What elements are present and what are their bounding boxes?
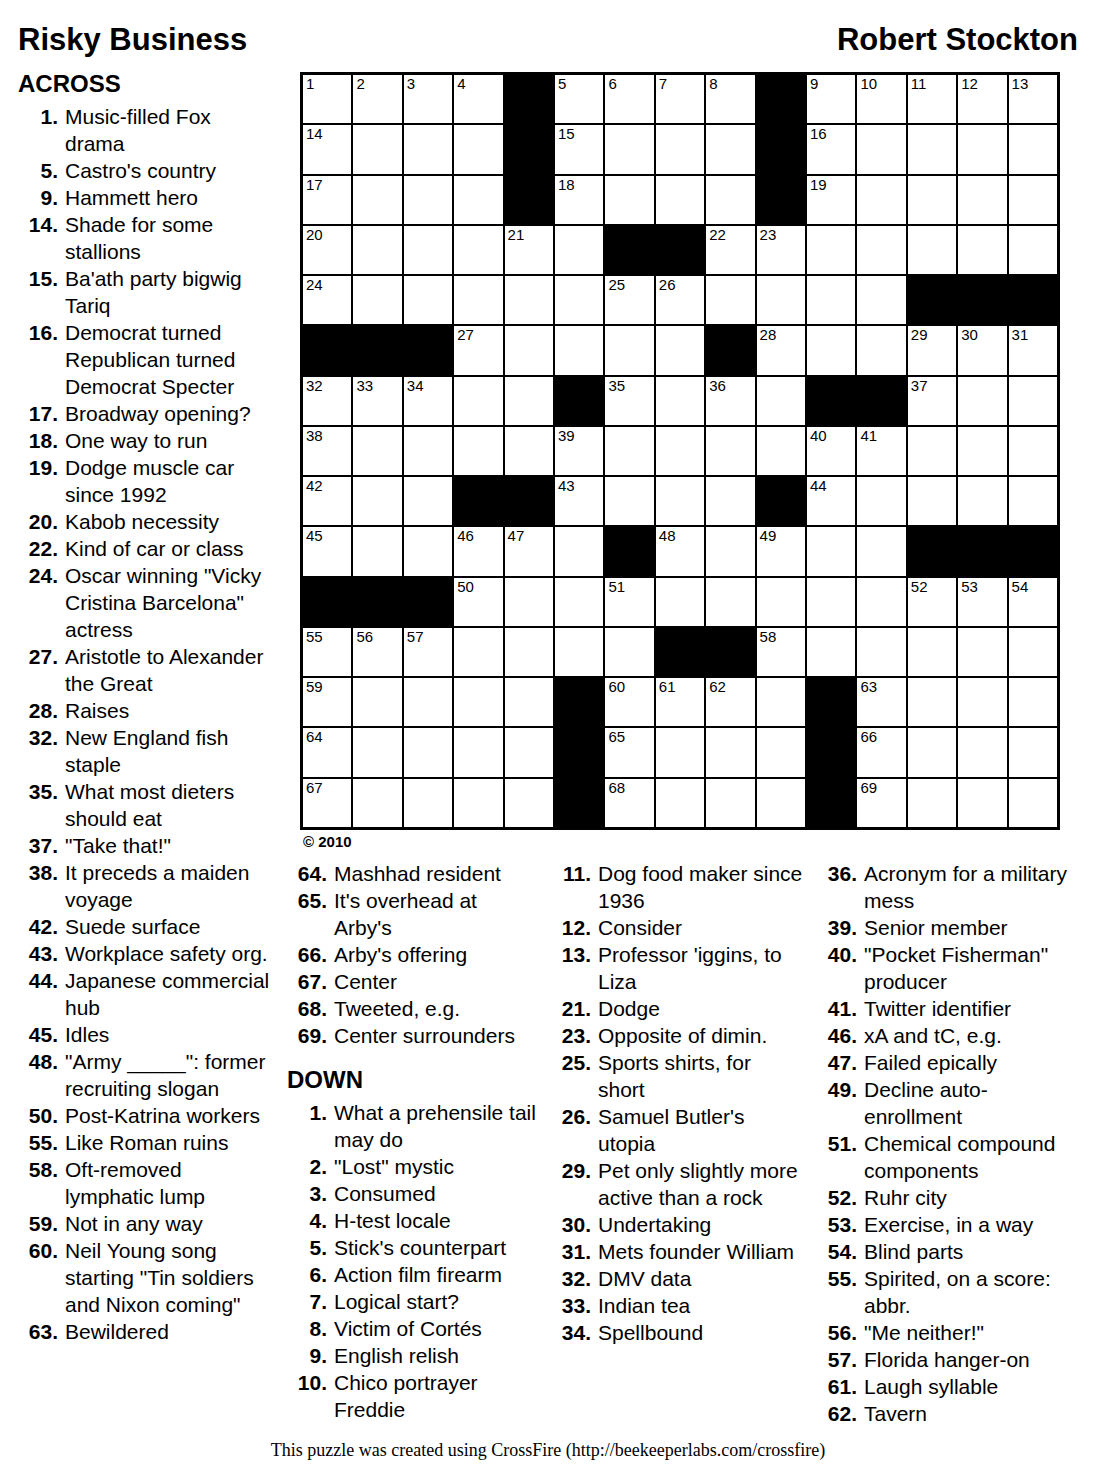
grid-cell-r1c7[interactable]: 6 [605, 75, 653, 123]
clue-text: It preceds a maiden voyage [65, 859, 272, 913]
grid-cell-r7c14[interactable] [958, 377, 1006, 425]
grid-cell-r1c13[interactable]: 11 [908, 75, 956, 123]
clue-number: 12. [551, 914, 598, 941]
clue-text: Oft-removed lymphatic lump [65, 1156, 272, 1210]
block-cell-r6c3 [404, 326, 452, 374]
cell-number: 53 [961, 579, 978, 595]
grid-cell-r9c1[interactable]: 42 [303, 477, 351, 525]
grid-cell-r5c8[interactable]: 26 [656, 276, 704, 324]
grid-cell-r11c14[interactable]: 53 [958, 578, 1006, 626]
grid-cell-r5c2[interactable] [353, 276, 401, 324]
grid-cell-r4c15[interactable] [1009, 226, 1057, 274]
grid-cell-r9c11[interactable]: 44 [807, 477, 855, 525]
clue-number: 43. [18, 940, 65, 967]
grid-cell-r4c9[interactable]: 22 [706, 226, 754, 274]
grid-cell-r8c3[interactable] [404, 427, 452, 475]
grid-cell-r13c9[interactable]: 62 [706, 678, 754, 726]
grid-cell-r2c1[interactable]: 14 [303, 125, 351, 173]
clue-number: 40. [817, 941, 864, 995]
clue-text: Shade for some stallions [65, 211, 272, 265]
grid-cell-r14c9[interactable] [706, 728, 754, 776]
grid-cell-r3c9[interactable] [706, 176, 754, 224]
clue-number: 6. [287, 1261, 334, 1288]
grid-cell-r13c10[interactable] [757, 678, 805, 726]
cell-number: 67 [306, 780, 323, 796]
grid-cell-r2c4[interactable] [454, 125, 502, 173]
grid-cell-r3c2[interactable] [353, 176, 401, 224]
grid-cell-r6c11[interactable] [807, 326, 855, 374]
grid-cell-r11c8[interactable] [656, 578, 704, 626]
cell-number: 60 [608, 679, 625, 695]
clue-number: 19. [18, 454, 65, 508]
grid-cell-r14c2[interactable] [353, 728, 401, 776]
block-cell-r13c11 [807, 678, 855, 726]
clue-number: 9. [18, 184, 65, 211]
grid-cell-r12c2[interactable]: 56 [353, 628, 401, 676]
cell-number: 59 [306, 679, 323, 695]
grid-cell-r10c10[interactable]: 49 [757, 527, 805, 575]
clue-down-12: 12.Consider [551, 914, 803, 941]
clue-number: 41. [817, 995, 864, 1022]
grid-cell-r3c4[interactable] [454, 176, 502, 224]
grid-cell-r14c8[interactable] [656, 728, 704, 776]
grid-cell-r12c11[interactable] [807, 628, 855, 676]
cell-number: 47 [508, 528, 525, 544]
clue-number: 13. [551, 941, 598, 995]
grid-cell-r15c12[interactable]: 69 [857, 779, 905, 827]
grid-cell-r12c4[interactable] [454, 628, 502, 676]
grid-cell-r13c14[interactable] [958, 678, 1006, 726]
clue-text: Laugh syllable [864, 1373, 1081, 1400]
grid-cell-r11c9[interactable] [706, 578, 754, 626]
clue-text: Exercise, in a way [864, 1211, 1081, 1238]
grid-cell-r1c4[interactable]: 4 [454, 75, 502, 123]
grid-cell-r6c6[interactable] [555, 326, 603, 374]
clue-down-4: 4.H-test locale [287, 1207, 539, 1234]
grid-cell-r15c4[interactable] [454, 779, 502, 827]
clue-down-41: 41.Twitter identifier [817, 995, 1081, 1022]
grid-cell-r4c2[interactable] [353, 226, 401, 274]
grid-cell-r7c13[interactable]: 37 [908, 377, 956, 425]
grid-cell-r14c14[interactable] [958, 728, 1006, 776]
grid-cell-r8c2[interactable] [353, 427, 401, 475]
grid-cell-r13c12[interactable]: 63 [857, 678, 905, 726]
block-cell-r7c11 [807, 377, 855, 425]
grid-cell-r10c1[interactable]: 45 [303, 527, 351, 575]
clue-number: 63. [18, 1318, 65, 1345]
cell-number: 43 [558, 478, 575, 494]
grid-cell-r11c15[interactable]: 54 [1009, 578, 1057, 626]
block-cell-r9c4 [454, 477, 502, 525]
grid-cell-r12c13[interactable] [908, 628, 956, 676]
clue-across-48: 48."Army _____": former recruiting sloga… [18, 1048, 272, 1102]
grid-cell-r7c8[interactable] [656, 377, 704, 425]
grid-cell-r8c15[interactable] [1009, 427, 1057, 475]
grid-cell-r10c4[interactable]: 46 [454, 527, 502, 575]
grid-cell-r14c5[interactable] [505, 728, 553, 776]
grid-cell-r3c8[interactable] [656, 176, 704, 224]
grid-cell-r8c14[interactable] [958, 427, 1006, 475]
clue-number: 47. [817, 1049, 864, 1076]
grid-cell-r15c9[interactable] [706, 779, 754, 827]
grid-cell-r10c11[interactable] [807, 527, 855, 575]
grid-cell-r14c15[interactable] [1009, 728, 1057, 776]
grid-cell-r10c9[interactable] [706, 527, 754, 575]
clue-text: Music-filled Fox drama [65, 103, 272, 157]
grid-cell-r8c12[interactable]: 41 [857, 427, 905, 475]
cell-number: 61 [659, 679, 676, 695]
grid-cell-r15c1[interactable]: 67 [303, 779, 351, 827]
grid-cell-r15c8[interactable] [656, 779, 704, 827]
grid-cell-r8c9[interactable] [706, 427, 754, 475]
grid-cell-r2c3[interactable] [404, 125, 452, 173]
grid-cell-r13c1[interactable]: 59 [303, 678, 351, 726]
grid-cell-r15c15[interactable] [1009, 779, 1057, 827]
grid-cell-r4c4[interactable] [454, 226, 502, 274]
grid-cell-r1c1[interactable]: 1 [303, 75, 351, 123]
grid-cell-r15c5[interactable] [505, 779, 553, 827]
clue-number: 55. [817, 1265, 864, 1319]
grid-cell-r15c13[interactable] [908, 779, 956, 827]
grid-cell-r1c14[interactable]: 12 [958, 75, 1006, 123]
cell-number: 68 [608, 780, 625, 796]
clue-number: 69. [287, 1022, 334, 1049]
clue-across-44: 44.Japanese commercial hub [18, 967, 272, 1021]
grid-cell-r6c13[interactable]: 29 [908, 326, 956, 374]
cell-number: 58 [760, 629, 777, 645]
grid-cell-r8c1[interactable]: 38 [303, 427, 351, 475]
footer-credit: This puzzle was created using CrossFire … [0, 1440, 1096, 1461]
block-cell-r10c7 [605, 527, 653, 575]
grid-cell-r1c15[interactable]: 13 [1009, 75, 1057, 123]
grid-cell-r8c5[interactable] [505, 427, 553, 475]
grid-cell-r3c15[interactable] [1009, 176, 1057, 224]
grid-cell-r5c11[interactable] [807, 276, 855, 324]
down-clue-list-1: 1.What a prehensile tail may do2."Lost" … [287, 1099, 539, 1423]
grid-cell-r9c12[interactable] [857, 477, 905, 525]
grid-cell-r15c2[interactable] [353, 779, 401, 827]
grid-cell-r8c6[interactable]: 39 [555, 427, 603, 475]
grid-cell-r2c9[interactable] [706, 125, 754, 173]
grid-cell-r4c11[interactable] [807, 226, 855, 274]
grid-cell-r1c3[interactable]: 3 [404, 75, 452, 123]
grid-cell-r4c3[interactable] [404, 226, 452, 274]
grid-cell-r8c11[interactable]: 40 [807, 427, 855, 475]
clue-across-24: 24.Oscar winning "Vicky Cristina Barcelo… [18, 562, 272, 643]
clue-across-17: 17.Broadway opening? [18, 400, 272, 427]
grid-cell-r4c13[interactable] [908, 226, 956, 274]
clue-text: One way to run [65, 427, 272, 454]
grid-cell-r7c4[interactable] [454, 377, 502, 425]
grid-cell-r14c3[interactable] [404, 728, 452, 776]
grid-cell-r9c9[interactable] [706, 477, 754, 525]
grid-cell-r11c12[interactable] [857, 578, 905, 626]
cell-number: 55 [306, 629, 323, 645]
grid-cell-r13c3[interactable] [404, 678, 452, 726]
grid-cell-r13c5[interactable] [505, 678, 553, 726]
grid-cell-r1c8[interactable]: 7 [656, 75, 704, 123]
grid-cell-r7c15[interactable] [1009, 377, 1057, 425]
grid-cell-r4c10[interactable]: 23 [757, 226, 805, 274]
grid-cell-r6c14[interactable]: 30 [958, 326, 1006, 374]
clue-text: Chemical compound components [864, 1130, 1081, 1184]
grid-cell-r11c13[interactable]: 52 [908, 578, 956, 626]
block-cell-r6c1 [303, 326, 351, 374]
clue-down-57: 57.Florida hanger-on [817, 1346, 1081, 1373]
grid-cell-r7c10[interactable] [757, 377, 805, 425]
grid-cell-r14c7[interactable]: 65 [605, 728, 653, 776]
grid-cell-r2c12[interactable] [857, 125, 905, 173]
cell-number: 44 [810, 478, 827, 494]
grid-cell-r6c5[interactable] [505, 326, 553, 374]
clue-number: 56. [817, 1319, 864, 1346]
grid-cell-r9c6[interactable]: 43 [555, 477, 603, 525]
grid-cell-r4c12[interactable] [857, 226, 905, 274]
grid-cell-r6c7[interactable] [605, 326, 653, 374]
clue-text: Broadway opening? [65, 400, 272, 427]
grid-cell-r1c2[interactable]: 2 [353, 75, 401, 123]
clue-across-20: 20.Kabob necessity [18, 508, 272, 535]
grid-cell-r15c7[interactable]: 68 [605, 779, 653, 827]
grid-cell-r10c12[interactable] [857, 527, 905, 575]
grid-cell-r4c14[interactable] [958, 226, 1006, 274]
grid-cell-r8c13[interactable] [908, 427, 956, 475]
grid-cell-r9c13[interactable] [908, 477, 956, 525]
grid-cell-r3c7[interactable] [605, 176, 653, 224]
grid-cell-r2c14[interactable] [958, 125, 1006, 173]
grid-cell-r3c13[interactable] [908, 176, 956, 224]
grid-cell-r2c2[interactable] [353, 125, 401, 173]
cell-number: 22 [709, 227, 726, 243]
grid-cell-r4c1[interactable]: 20 [303, 226, 351, 274]
clue-number: 35. [18, 778, 65, 832]
grid-cell-r15c14[interactable] [958, 779, 1006, 827]
grid-cell-r11c4[interactable]: 50 [454, 578, 502, 626]
cell-number: 62 [709, 679, 726, 695]
grid-cell-r3c14[interactable] [958, 176, 1006, 224]
cell-number: 33 [356, 378, 373, 394]
cell-number: 6 [608, 76, 616, 92]
clue-number: 38. [18, 859, 65, 913]
clue-text: What most dieters should eat [65, 778, 272, 832]
clue-text: Logical start? [334, 1288, 539, 1315]
cell-number: 2 [356, 76, 364, 92]
grid-cell-r7c5[interactable] [505, 377, 553, 425]
clue-text: Democrat turned Republican turned Democr… [65, 319, 272, 400]
clue-across-22: 22.Kind of car or class [18, 535, 272, 562]
grid-cell-r5c6[interactable] [555, 276, 603, 324]
grid-cell-r12c14[interactable] [958, 628, 1006, 676]
clue-text: Action film firearm [334, 1261, 539, 1288]
grid-cell-r5c4[interactable] [454, 276, 502, 324]
grid-cell-r9c3[interactable] [404, 477, 452, 525]
grid-cell-r8c8[interactable] [656, 427, 704, 475]
grid-cell-r7c9[interactable]: 36 [706, 377, 754, 425]
clue-number: 31. [551, 1238, 598, 1265]
grid-cell-r12c6[interactable] [555, 628, 603, 676]
grid-cell-r3c1[interactable]: 17 [303, 176, 351, 224]
clue-text: Ba'ath party bigwig Tariq [65, 265, 272, 319]
clue-text: DMV data [598, 1265, 803, 1292]
grid-cell-r3c11[interactable]: 19 [807, 176, 855, 224]
grid-cell-r4c6[interactable] [555, 226, 603, 274]
grid-cell-r7c3[interactable]: 34 [404, 377, 452, 425]
grid-cell-r4c5[interactable]: 21 [505, 226, 553, 274]
grid-cell-r14c13[interactable] [908, 728, 956, 776]
grid-cell-r9c2[interactable] [353, 477, 401, 525]
cell-number: 45 [306, 528, 323, 544]
grid-cell-r10c5[interactable]: 47 [505, 527, 553, 575]
clue-number: 8. [287, 1315, 334, 1342]
grid-cell-r3c6[interactable]: 18 [555, 176, 603, 224]
clue-text: Chico portrayer Freddie [334, 1369, 539, 1423]
grid-cell-r14c12[interactable]: 66 [857, 728, 905, 776]
grid-cell-r3c3[interactable] [404, 176, 452, 224]
clue-number: 11. [551, 860, 598, 914]
grid-cell-r15c10[interactable] [757, 779, 805, 827]
clue-across-35: 35.What most dieters should eat [18, 778, 272, 832]
grid-cell-r12c5[interactable] [505, 628, 553, 676]
grid-cell-r1c12[interactable]: 10 [857, 75, 905, 123]
clue-down-29: 29.Pet only slightly more active than a … [551, 1157, 803, 1211]
clue-across-45: 45.Idles [18, 1021, 272, 1048]
grid-cell-r13c7[interactable]: 60 [605, 678, 653, 726]
clue-text: Mashhad resident [334, 860, 539, 887]
cell-number: 37 [911, 378, 928, 394]
cell-number: 36 [709, 378, 726, 394]
clue-text: Spellbound [598, 1319, 803, 1346]
grid-cell-r9c7[interactable] [605, 477, 653, 525]
grid-cell-r6c4[interactable]: 27 [454, 326, 502, 374]
grid-cell-r2c6[interactable]: 15 [555, 125, 603, 173]
grid-cell-r13c2[interactable] [353, 678, 401, 726]
grid-cell-r13c4[interactable] [454, 678, 502, 726]
clue-down-49: 49.Decline auto-enrollment [817, 1076, 1081, 1130]
grid-cell-r5c9[interactable] [706, 276, 754, 324]
grid-cell-r12c7[interactable] [605, 628, 653, 676]
grid-cell-r14c1[interactable]: 64 [303, 728, 351, 776]
grid-cell-r9c15[interactable] [1009, 477, 1057, 525]
grid-cell-r5c7[interactable]: 25 [605, 276, 653, 324]
grid-cell-r10c6[interactable] [555, 527, 603, 575]
grid-cell-r13c13[interactable] [908, 678, 956, 726]
clue-number: 54. [817, 1238, 864, 1265]
grid-cell-r1c9[interactable]: 8 [706, 75, 754, 123]
grid-cell-r12c3[interactable]: 57 [404, 628, 452, 676]
block-cell-r15c11 [807, 779, 855, 827]
clue-number: 32. [551, 1265, 598, 1292]
grid-cell-r6c8[interactable] [656, 326, 704, 374]
clue-down-11: 11.Dog food maker since 1936 [551, 860, 803, 914]
grid-cell-r12c15[interactable] [1009, 628, 1057, 676]
clue-down-62: 62.Tavern [817, 1400, 1081, 1427]
grid-cell-r14c4[interactable] [454, 728, 502, 776]
clue-down-39: 39.Senior member [817, 914, 1081, 941]
grid-cell-r10c8[interactable]: 48 [656, 527, 704, 575]
grid-cell-r2c8[interactable] [656, 125, 704, 173]
grid-cell-r7c1[interactable]: 32 [303, 377, 351, 425]
grid-cell-r5c1[interactable]: 24 [303, 276, 351, 324]
cell-number: 32 [306, 378, 323, 394]
block-cell-r11c1 [303, 578, 351, 626]
grid-cell-r11c11[interactable] [807, 578, 855, 626]
grid-cell-r1c11[interactable]: 9 [807, 75, 855, 123]
grid-cell-r9c14[interactable] [958, 477, 1006, 525]
clue-down-9: 9.English relish [287, 1342, 539, 1369]
block-cell-r4c7 [605, 226, 653, 274]
clue-down-5: 5.Stick's counterpart [287, 1234, 539, 1261]
block-cell-r5c14 [958, 276, 1006, 324]
clue-text: Ruhr city [864, 1184, 1081, 1211]
clue-text: Like Roman ruins [65, 1129, 272, 1156]
grid-cell-r2c11[interactable]: 16 [807, 125, 855, 173]
grid-cell-r6c12[interactable] [857, 326, 905, 374]
grid-cell-r11c5[interactable] [505, 578, 553, 626]
clue-number: 61. [817, 1373, 864, 1400]
grid-cell-r11c7[interactable]: 51 [605, 578, 653, 626]
grid-cell-r12c1[interactable]: 55 [303, 628, 351, 676]
grid-cell-r2c13[interactable] [908, 125, 956, 173]
grid-cell-r13c15[interactable] [1009, 678, 1057, 726]
block-cell-r7c6 [555, 377, 603, 425]
clue-text: Center [334, 968, 539, 995]
grid-cell-r3c12[interactable] [857, 176, 905, 224]
clue-text: Dog food maker since 1936 [598, 860, 803, 914]
down-header: DOWN [287, 1066, 539, 1094]
block-cell-r10c14 [958, 527, 1006, 575]
grid-cell-r9c8[interactable] [656, 477, 704, 525]
grid-cell-r7c7[interactable]: 35 [605, 377, 653, 425]
grid-cell-r7c2[interactable]: 33 [353, 377, 401, 425]
grid-cell-r2c7[interactable] [605, 125, 653, 173]
grid-cell-r6c15[interactable]: 31 [1009, 326, 1057, 374]
clue-across-32: 32.New England fish staple [18, 724, 272, 778]
grid-cell-r8c7[interactable] [605, 427, 653, 475]
clue-text: Acronym for a military mess [864, 860, 1081, 914]
block-cell-r6c2 [353, 326, 401, 374]
grid-cell-r10c3[interactable] [404, 527, 452, 575]
grid-cell-r5c12[interactable] [857, 276, 905, 324]
grid-cell-r5c5[interactable] [505, 276, 553, 324]
block-cell-r10c13 [908, 527, 956, 575]
grid-cell-r15c3[interactable] [404, 779, 452, 827]
clue-text: Workplace safety org. [65, 940, 272, 967]
grid-cell-r1c6[interactable]: 5 [555, 75, 603, 123]
grid-cell-r5c3[interactable] [404, 276, 452, 324]
grid-cell-r13c8[interactable]: 61 [656, 678, 704, 726]
grid-cell-r11c10[interactable] [757, 578, 805, 626]
clue-number: 62. [817, 1400, 864, 1427]
grid-cell-r6c10[interactable]: 28 [757, 326, 805, 374]
grid-cell-r8c10[interactable] [757, 427, 805, 475]
grid-cell-r14c10[interactable] [757, 728, 805, 776]
clue-number: 49. [817, 1076, 864, 1130]
grid-cell-r8c4[interactable] [454, 427, 502, 475]
grid-cell-r11c6[interactable] [555, 578, 603, 626]
grid-cell-r10c2[interactable] [353, 527, 401, 575]
grid-cell-r12c10[interactable]: 58 [757, 628, 805, 676]
grid-cell-r2c15[interactable] [1009, 125, 1057, 173]
grid-cell-r5c10[interactable] [757, 276, 805, 324]
clue-text: Castro's country [65, 157, 272, 184]
copyright-notice: © 2010 [303, 833, 352, 850]
clue-across-1: 1.Music-filled Fox drama [18, 103, 272, 157]
cell-number: 52 [911, 579, 928, 595]
grid-cell-r12c12[interactable] [857, 628, 905, 676]
clue-down-33: 33.Indian tea [551, 1292, 803, 1319]
cell-number: 10 [860, 76, 877, 92]
cell-number: 66 [860, 729, 877, 745]
